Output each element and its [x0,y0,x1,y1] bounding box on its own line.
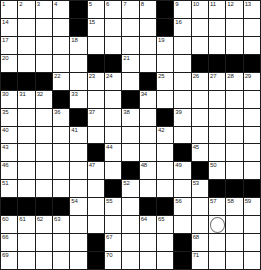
clue-number-56: 56 [175,198,181,205]
white-square-r9c7[interactable]: 44 [105,144,121,161]
white-square-r14c14[interactable] [226,234,242,251]
black-square-r5c3 [36,73,52,90]
white-square-r2c11[interactable]: 16 [174,19,190,36]
clue-number-55: 55 [106,198,112,205]
white-square-r10c1[interactable]: 46 [1,162,17,179]
white-square-r7c2[interactable] [18,109,34,126]
white-square-r13c8[interactable] [122,216,138,233]
clue-number-63: 63 [54,216,60,223]
white-square-r6c15[interactable] [244,91,260,108]
white-square-r1c8[interactable]: 7 [122,1,138,18]
white-square-r7c6[interactable]: 37 [88,109,104,126]
clue-number-20: 20 [2,55,8,62]
white-square-r8c12[interactable] [192,127,208,144]
white-square-r1c12[interactable]: 10 [192,1,208,18]
clue-number-70: 70 [106,252,112,259]
black-square-r4c15 [244,55,260,72]
clue-number-48: 48 [141,162,147,169]
white-square-r9c10[interactable] [157,144,173,161]
clue-number-45: 45 [193,144,199,151]
white-square-r9c15[interactable] [244,144,260,161]
white-square-r12c14[interactable]: 58 [226,198,242,215]
white-square-r13c5[interactable] [70,216,86,233]
clue-number-43: 43 [2,144,8,151]
clue-number-10: 10 [193,1,199,8]
black-square-r15c6 [88,252,104,269]
white-square-r14c1[interactable]: 66 [1,234,17,251]
black-square-r12c3 [36,198,52,215]
white-square-r6c5[interactable]: 33 [70,91,86,108]
clue-number-54: 54 [71,198,77,205]
clue-number-19: 19 [158,37,164,44]
white-square-r10c7[interactable] [105,162,121,179]
white-square-r7c4[interactable]: 36 [53,109,69,126]
white-square-r11c1[interactable]: 51 [1,180,17,197]
black-square-r11c14 [226,180,242,197]
white-square-r7c8[interactable]: 38 [122,109,138,126]
white-square-r3c1[interactable]: 17 [1,37,17,54]
white-square-r13c2[interactable]: 61 [18,216,34,233]
clue-number-51: 51 [2,180,8,187]
white-square-r2c15[interactable] [244,19,260,36]
black-square-r10c8 [122,162,138,179]
clue-number-33: 33 [71,91,77,98]
white-square-r11c8[interactable]: 52 [122,180,138,197]
clue-number-2: 2 [19,1,22,8]
white-square-r6c12[interactable] [192,91,208,108]
white-square-r13c13[interactable] [209,216,225,233]
white-square-r6c14[interactable] [226,91,242,108]
white-square-r10c11[interactable]: 49 [174,162,190,179]
white-square-r4c11[interactable] [174,55,190,72]
white-square-r15c4[interactable] [53,252,69,269]
white-square-r8c10[interactable]: 42 [157,127,173,144]
white-square-r4c10[interactable] [157,55,173,72]
white-square-r10c9[interactable]: 48 [140,162,156,179]
black-square-r11c7 [105,180,121,197]
white-square-r1c2[interactable]: 2 [18,1,34,18]
white-square-r6c9[interactable]: 34 [140,91,156,108]
black-square-r5c2 [18,73,34,90]
white-square-r15c3[interactable] [36,252,52,269]
white-square-r2c3[interactable] [36,19,52,36]
white-square-r7c7[interactable] [105,109,121,126]
clue-number-52: 52 [123,180,129,187]
white-square-r4c3[interactable] [36,55,52,72]
clue-number-50: 50 [210,162,216,169]
white-square-r4c2[interactable] [18,55,34,72]
white-square-r14c4[interactable] [53,234,69,251]
clue-number-32: 32 [37,91,43,98]
black-square-r6c8 [122,91,138,108]
white-square-r7c11[interactable]: 39 [174,109,190,126]
white-square-r4c5[interactable] [70,55,86,72]
white-square-r5c7[interactable]: 24 [105,73,121,90]
clue-number-6: 6 [106,1,109,8]
white-square-r5c13[interactable]: 27 [209,73,225,90]
clue-number-25: 25 [158,73,164,80]
clue-number-4: 4 [54,1,57,8]
white-square-r8c9[interactable] [140,127,156,144]
white-square-r14c2[interactable] [18,234,34,251]
white-square-r2c6[interactable]: 15 [88,19,104,36]
white-square-r5c6[interactable]: 23 [88,73,104,90]
black-square-r15c11 [174,252,190,269]
white-square-r2c7[interactable] [105,19,121,36]
clue-number-35: 35 [2,109,8,116]
white-square-r11c5[interactable] [70,180,86,197]
black-square-r12c10 [157,198,173,215]
white-square-r8c5[interactable]: 41 [70,127,86,144]
clue-number-40: 40 [2,127,8,134]
white-square-r13c6[interactable] [88,216,104,233]
white-square-r9c13[interactable] [209,144,225,161]
white-square-r4c9[interactable] [140,55,156,72]
black-square-r12c2 [18,198,34,215]
clue-number-71: 71 [193,252,199,259]
white-square-r7c15[interactable] [244,109,260,126]
white-square-r1c13[interactable]: 11 [209,1,225,18]
white-square-r14c12[interactable]: 68 [192,234,208,251]
white-square-r5c11[interactable] [174,73,190,90]
clue-number-38: 38 [123,109,129,116]
white-square-r6c6[interactable] [88,91,104,108]
white-square-r8c15[interactable] [244,127,260,144]
white-square-r1c3[interactable]: 3 [36,1,52,18]
white-square-r11c9[interactable] [140,180,156,197]
white-square-r3c10[interactable]: 19 [157,37,173,54]
black-square-r12c4 [53,198,69,215]
white-square-r14c8[interactable] [122,234,138,251]
white-square-r3c9[interactable] [140,37,156,54]
clue-number-26: 26 [193,73,199,80]
white-square-r1c14[interactable]: 12 [226,1,242,18]
clue-number-17: 17 [2,37,8,44]
white-square-r13c10[interactable]: 65 [157,216,173,233]
clue-number-53: 53 [193,180,199,187]
black-square-r4c7 [105,55,121,72]
white-square-r8c3[interactable] [36,127,52,144]
white-square-r11c12[interactable]: 53 [192,180,208,197]
white-square-r2c12[interactable] [192,19,208,36]
crossword-grid: 1234567891011121314151617181920212223242… [0,0,261,270]
white-square-r10c3[interactable] [36,162,52,179]
black-square-r14c6 [88,234,104,251]
white-square-r12c15[interactable]: 59 [244,198,260,215]
white-square-r6c2[interactable]: 31 [18,91,34,108]
white-square-r7c9[interactable] [140,109,156,126]
clue-number-34: 34 [141,91,147,98]
clue-number-65: 65 [158,216,164,223]
white-square-r3c5[interactable]: 18 [70,37,86,54]
white-square-r7c13[interactable] [209,109,225,126]
black-square-r2c10 [157,19,173,36]
white-square-r15c2[interactable] [18,252,34,269]
white-square-r2c9[interactable] [140,19,156,36]
white-square-r5c15[interactable]: 29 [244,73,260,90]
black-square-r7c10 [157,109,173,126]
clue-number-69: 69 [2,252,8,259]
white-square-r2c1[interactable]: 14 [1,19,17,36]
white-square-r3c13[interactable] [209,37,225,54]
white-square-r4c8[interactable]: 21 [122,55,138,72]
clue-number-47: 47 [89,162,95,169]
white-square-r1c6[interactable]: 5 [88,1,104,18]
white-square-r9c8[interactable] [122,144,138,161]
clue-number-7: 7 [123,1,126,8]
clue-number-49: 49 [175,162,181,169]
clue-number-29: 29 [245,73,251,80]
white-square-r11c4[interactable] [53,180,69,197]
white-square-r3c3[interactable] [36,37,52,54]
black-square-r2c5 [70,19,86,36]
black-square-r6c4 [53,91,69,108]
clue-number-21: 21 [123,55,129,62]
clue-number-18: 18 [71,37,77,44]
black-square-r12c1 [1,198,17,215]
white-square-r11c2[interactable] [18,180,34,197]
black-square-r9c11 [174,144,190,161]
white-square-r13c11[interactable] [174,216,190,233]
white-square-r6c10[interactable] [157,91,173,108]
black-square-r4c12 [192,55,208,72]
white-square-r3c8[interactable] [122,37,138,54]
black-square-r5c9 [140,73,156,90]
white-square-r11c11[interactable] [174,180,190,197]
clue-number-36: 36 [54,109,60,116]
white-square-r13c9[interactable]: 64 [140,216,156,233]
white-square-r10c14[interactable] [226,162,242,179]
clue-number-59: 59 [245,198,251,205]
white-square-r3c2[interactable] [18,37,34,54]
white-square-r1c15[interactable]: 13 [244,1,260,18]
clue-number-28: 28 [227,73,233,80]
white-square-r10c6[interactable]: 47 [88,162,104,179]
white-square-r15c5[interactable] [70,252,86,269]
white-square-r9c3[interactable] [36,144,52,161]
clue-number-5: 5 [89,1,92,8]
black-square-r10c12 [192,162,208,179]
clue-number-14: 14 [2,19,8,26]
white-square-r15c1[interactable]: 69 [1,252,17,269]
white-square-r9c5[interactable] [70,144,86,161]
white-square-r3c12[interactable] [192,37,208,54]
white-square-r12c12[interactable] [192,198,208,215]
white-square-r6c3[interactable]: 32 [36,91,52,108]
clue-number-27: 27 [210,73,216,80]
white-square-r12c13[interactable]: 57 [209,198,225,215]
white-square-r7c12[interactable] [192,109,208,126]
white-square-r4c4[interactable] [53,55,69,72]
white-square-r6c1[interactable]: 30 [1,91,17,108]
clue-number-13: 13 [245,1,251,8]
white-square-r5c5[interactable] [70,73,86,90]
white-square-r10c13[interactable]: 50 [209,162,225,179]
clue-number-57: 57 [210,198,216,205]
clue-number-15: 15 [89,19,95,26]
white-square-r14c7[interactable]: 67 [105,234,121,251]
white-square-r8c13[interactable] [209,127,225,144]
white-square-r15c15[interactable] [244,252,260,269]
white-square-r10c15[interactable] [244,162,260,179]
white-square-r2c2[interactable] [18,19,34,36]
clue-number-12: 12 [227,1,233,8]
white-square-r13c12[interactable] [192,216,208,233]
white-square-r13c4[interactable]: 63 [53,216,69,233]
white-square-r9c2[interactable] [18,144,34,161]
white-square-r8c8[interactable] [122,127,138,144]
white-square-r12c8[interactable] [122,198,138,215]
white-square-r14c10[interactable] [157,234,173,251]
white-square-r5c4[interactable]: 22 [53,73,69,90]
clue-number-66: 66 [2,234,8,241]
white-square-r15c10[interactable] [157,252,173,269]
white-square-r3c4[interactable] [53,37,69,54]
clue-number-46: 46 [2,162,8,169]
white-square-r3c7[interactable] [105,37,121,54]
clue-number-41: 41 [71,127,77,134]
black-square-r9c6 [88,144,104,161]
white-square-r7c14[interactable] [226,109,242,126]
black-square-r11c15 [244,180,260,197]
white-square-r1c7[interactable]: 6 [105,1,121,18]
clue-number-11: 11 [210,1,216,8]
white-square-r2c14[interactable] [226,19,242,36]
clue-number-44: 44 [106,144,112,151]
white-square-r15c7[interactable]: 70 [105,252,121,269]
white-square-r13c3[interactable]: 62 [36,216,52,233]
black-square-r12c9 [140,198,156,215]
clue-number-67: 67 [106,234,112,241]
white-square-r9c9[interactable] [140,144,156,161]
white-square-r10c10[interactable] [157,162,173,179]
clue-number-42: 42 [158,127,164,134]
clue-number-9: 9 [175,1,178,8]
white-square-r13c1[interactable]: 60 [1,216,17,233]
white-square-r6c11[interactable] [174,91,190,108]
white-square-r12c5[interactable]: 54 [70,198,86,215]
white-square-r11c10[interactable] [157,180,173,197]
clue-number-22: 22 [54,73,60,80]
black-square-r4c6 [88,55,104,72]
white-square-r10c4[interactable] [53,162,69,179]
black-square-r4c13 [209,55,225,72]
white-square-r13c7[interactable] [105,216,121,233]
white-square-r9c1[interactable]: 43 [1,144,17,161]
black-square-r11c13 [209,180,225,197]
white-square-r12c7[interactable]: 55 [105,198,121,215]
white-square-r8c4[interactable] [53,127,69,144]
white-square-r8c1[interactable]: 40 [1,127,17,144]
white-square-r14c9[interactable] [140,234,156,251]
black-square-r4c14 [226,55,242,72]
white-square-r7c3[interactable] [36,109,52,126]
white-square-r9c14[interactable] [226,144,242,161]
white-square-r15c12[interactable]: 71 [192,252,208,269]
clue-number-31: 31 [19,91,25,98]
white-square-r15c8[interactable] [122,252,138,269]
black-square-r1c10 [157,1,173,18]
white-square-r5c12[interactable]: 26 [192,73,208,90]
white-square-r15c14[interactable] [226,252,242,269]
white-square-r13c15[interactable] [244,216,260,233]
white-square-r15c13[interactable] [209,252,225,269]
white-square-r14c5[interactable] [70,234,86,251]
white-square-r1c1[interactable]: 1 [1,1,17,18]
clue-number-24: 24 [106,73,112,80]
white-square-r12c6[interactable] [88,198,104,215]
white-square-r3c14[interactable] [226,37,242,54]
black-square-r7c5 [70,109,86,126]
black-square-r5c1 [1,73,17,90]
clue-number-1: 1 [2,1,5,8]
white-square-r12c11[interactable]: 56 [174,198,190,215]
white-square-r10c2[interactable] [18,162,34,179]
clue-number-62: 62 [37,216,43,223]
black-square-r14c11 [174,234,190,251]
white-square-r3c15[interactable] [244,37,260,54]
white-square-r7c1[interactable]: 35 [1,109,17,126]
clue-number-23: 23 [89,73,95,80]
white-square-r8c6[interactable] [88,127,104,144]
white-square-r1c11[interactable]: 9 [174,1,190,18]
white-square-r9c4[interactable] [53,144,69,161]
white-square-r5c10[interactable]: 25 [157,73,173,90]
white-square-r3c6[interactable] [88,37,104,54]
white-square-r10c5[interactable] [70,162,86,179]
clue-number-60: 60 [2,216,8,223]
white-square-r14c15[interactable] [244,234,260,251]
white-square-r4c1[interactable]: 20 [1,55,17,72]
white-square-r1c9[interactable]: 8 [140,1,156,18]
white-square-r8c7[interactable] [105,127,121,144]
white-square-r5c14[interactable]: 28 [226,73,242,90]
white-square-r3c11[interactable] [174,37,190,54]
white-square-r11c3[interactable] [36,180,52,197]
white-square-r1c4[interactable]: 4 [53,1,69,18]
white-square-r6c13[interactable] [209,91,225,108]
white-square-r6c7[interactable] [105,91,121,108]
white-square-r8c2[interactable] [18,127,34,144]
clue-number-58: 58 [227,198,233,205]
white-square-r8c11[interactable] [174,127,190,144]
clue-number-3: 3 [37,1,40,8]
clue-number-30: 30 [2,91,8,98]
white-square-r9c12[interactable]: 45 [192,144,208,161]
white-square-r14c13[interactable] [209,234,225,251]
clue-number-37: 37 [89,109,95,116]
black-square-r1c5 [70,1,86,18]
white-square-r13c14[interactable] [226,216,242,233]
clue-number-39: 39 [175,109,181,116]
clue-number-8: 8 [141,1,144,8]
white-square-r8c14[interactable] [226,127,242,144]
clue-number-16: 16 [175,19,181,26]
clue-number-64: 64 [141,216,147,223]
clue-number-68: 68 [193,234,199,241]
white-square-r14c3[interactable] [36,234,52,251]
white-square-r15c9[interactable] [140,252,156,269]
clue-number-61: 61 [19,216,25,223]
white-square-r5c8[interactable] [122,73,138,90]
white-square-r2c8[interactable] [122,19,138,36]
white-square-r11c6[interactable] [88,180,104,197]
white-square-r2c4[interactable] [53,19,69,36]
white-square-r2c13[interactable] [209,19,225,36]
